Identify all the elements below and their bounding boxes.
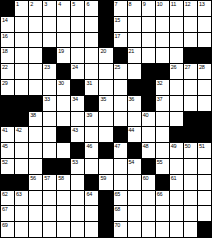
- white-square[interactable]: 67: [1, 206, 14, 221]
- white-square[interactable]: [142, 17, 155, 32]
- white-square[interactable]: [142, 127, 155, 142]
- black-square: [85, 175, 98, 190]
- clue-number: 22: [2, 64, 8, 70]
- black-square: [142, 96, 155, 111]
- clue-number: 70: [115, 222, 121, 228]
- white-square[interactable]: [184, 206, 197, 221]
- white-square[interactable]: [29, 191, 42, 206]
- white-square[interactable]: [57, 191, 70, 206]
- white-square[interactable]: 19: [57, 48, 70, 63]
- black-square: [184, 127, 197, 142]
- white-square[interactable]: [57, 96, 70, 111]
- white-square[interactable]: [184, 96, 197, 111]
- clue-number: 33: [44, 96, 50, 102]
- white-square[interactable]: [29, 64, 42, 79]
- white-square[interactable]: 43: [71, 127, 84, 142]
- clue-number: 47: [115, 143, 121, 149]
- clue-number: 63: [16, 191, 22, 197]
- clue-number: 44: [129, 127, 135, 133]
- white-square[interactable]: [29, 127, 42, 142]
- white-square[interactable]: [15, 48, 28, 63]
- white-square[interactable]: [43, 143, 56, 158]
- white-square[interactable]: 16: [1, 33, 14, 48]
- black-square: [142, 64, 155, 79]
- clue-number: 64: [86, 191, 92, 197]
- white-square[interactable]: 53: [71, 159, 84, 174]
- white-square[interactable]: [99, 80, 112, 95]
- clue-number: 45: [2, 143, 8, 149]
- white-square[interactable]: 57: [43, 175, 56, 190]
- clue-number: 11: [171, 1, 176, 7]
- white-square[interactable]: [15, 206, 28, 221]
- white-square[interactable]: 32: [156, 80, 169, 95]
- white-square[interactable]: [170, 17, 183, 32]
- white-square[interactable]: [128, 64, 141, 79]
- white-square[interactable]: [29, 222, 42, 237]
- black-square: [1, 175, 14, 190]
- white-square[interactable]: [85, 17, 98, 32]
- white-square[interactable]: 26: [170, 64, 183, 79]
- white-square[interactable]: [15, 143, 28, 158]
- white-square[interactable]: 18: [1, 48, 14, 63]
- white-square[interactable]: [99, 127, 112, 142]
- white-square[interactable]: [198, 159, 211, 174]
- white-square[interactable]: [142, 206, 155, 221]
- white-square[interactable]: 51: [198, 143, 211, 158]
- white-square[interactable]: 64: [85, 191, 98, 206]
- white-square[interactable]: [156, 33, 169, 48]
- black-square: [198, 127, 211, 142]
- clue-number: 42: [16, 127, 22, 133]
- black-square: [184, 48, 197, 63]
- white-square[interactable]: [57, 112, 70, 127]
- clue-number: 48: [143, 143, 149, 149]
- clue-number: 36: [129, 96, 135, 102]
- white-square[interactable]: [198, 96, 211, 111]
- white-square[interactable]: 40: [142, 112, 155, 127]
- white-square[interactable]: 27: [184, 64, 197, 79]
- white-square[interactable]: [57, 17, 70, 32]
- white-square[interactable]: [128, 191, 141, 206]
- black-square: [99, 33, 112, 48]
- clue-number: 43: [72, 127, 78, 133]
- white-square[interactable]: [184, 175, 197, 190]
- white-square[interactable]: [43, 33, 56, 48]
- black-square: [57, 159, 70, 174]
- white-square[interactable]: [128, 175, 141, 190]
- white-square[interactable]: [57, 143, 70, 158]
- white-square[interactable]: [29, 159, 42, 174]
- white-square[interactable]: [43, 17, 56, 32]
- clue-number: 66: [157, 191, 163, 197]
- white-square[interactable]: [99, 64, 112, 79]
- white-square[interactable]: [43, 206, 56, 221]
- clue-number: 32: [157, 80, 163, 86]
- white-square[interactable]: 69: [1, 222, 14, 237]
- clue-number: 17: [115, 33, 121, 39]
- white-square[interactable]: [128, 33, 141, 48]
- white-square[interactable]: [142, 191, 155, 206]
- white-square[interactable]: [85, 127, 98, 142]
- clue-number: 41: [2, 127, 8, 133]
- white-square[interactable]: [156, 127, 169, 142]
- white-square[interactable]: 29: [1, 80, 14, 95]
- black-square: [99, 17, 112, 32]
- white-square[interactable]: [198, 33, 211, 48]
- clue-number: 4: [58, 1, 61, 7]
- white-square[interactable]: [170, 191, 183, 206]
- clue-number: 58: [58, 175, 64, 181]
- black-square: [71, 143, 84, 158]
- black-square: [156, 64, 169, 79]
- black-square: [99, 1, 112, 16]
- black-square: [1, 1, 14, 16]
- white-square[interactable]: 62: [1, 191, 14, 206]
- clue-number: 50: [185, 143, 191, 149]
- white-square[interactable]: [198, 206, 211, 221]
- white-square[interactable]: 3: [43, 1, 56, 16]
- clue-number: 12: [185, 1, 191, 7]
- clue-number: 25: [115, 64, 121, 70]
- white-square[interactable]: [29, 80, 42, 95]
- clue-number: 40: [143, 112, 149, 118]
- white-square[interactable]: [85, 48, 98, 63]
- white-square[interactable]: [71, 222, 84, 237]
- white-square[interactable]: [71, 48, 84, 63]
- black-square: [57, 127, 70, 142]
- white-square[interactable]: [71, 175, 84, 190]
- clue-number: 60: [143, 175, 149, 181]
- white-square[interactable]: [43, 112, 56, 127]
- white-square[interactable]: [43, 127, 56, 142]
- white-square[interactable]: [57, 222, 70, 237]
- clue-number: 67: [2, 206, 8, 212]
- black-square: [198, 112, 211, 127]
- white-square[interactable]: [128, 17, 141, 32]
- white-square[interactable]: 20: [99, 48, 112, 63]
- black-square: [170, 127, 183, 142]
- black-square: [1, 112, 14, 127]
- white-square[interactable]: [29, 33, 42, 48]
- white-square[interactable]: 30: [57, 80, 70, 95]
- white-square[interactable]: 49: [170, 143, 183, 158]
- white-square[interactable]: 25: [114, 64, 127, 79]
- clue-number: 54: [129, 159, 135, 165]
- black-square: [43, 159, 56, 174]
- white-square[interactable]: 65: [114, 191, 127, 206]
- clue-number: 6: [86, 1, 89, 7]
- white-square[interactable]: [71, 33, 84, 48]
- black-square: [142, 159, 155, 174]
- white-square[interactable]: [170, 96, 183, 111]
- white-square[interactable]: [114, 159, 127, 174]
- clue-number: 59: [100, 175, 106, 181]
- clue-number: 29: [2, 80, 8, 86]
- white-square[interactable]: 44: [128, 127, 141, 142]
- clue-number: 61: [171, 175, 177, 181]
- white-square[interactable]: [184, 191, 197, 206]
- black-square: [15, 175, 28, 190]
- white-square[interactable]: 66: [156, 191, 169, 206]
- clue-number: 26: [171, 64, 177, 70]
- white-square[interactable]: [57, 206, 70, 221]
- white-square[interactable]: [184, 159, 197, 174]
- white-square[interactable]: [142, 33, 155, 48]
- black-square: [15, 96, 28, 111]
- clue-number: 30: [58, 80, 64, 86]
- white-square[interactable]: 24: [71, 64, 84, 79]
- clue-number: 34: [72, 96, 78, 102]
- white-square[interactable]: [29, 206, 42, 221]
- white-square[interactable]: [170, 206, 183, 221]
- clue-number: 37: [157, 96, 163, 102]
- white-square[interactable]: 33: [43, 96, 56, 111]
- white-square[interactable]: 17: [114, 33, 127, 48]
- white-square[interactable]: [156, 17, 169, 32]
- black-square: [99, 143, 112, 158]
- white-square[interactable]: 50: [184, 143, 197, 158]
- white-square[interactable]: [43, 191, 56, 206]
- black-square: [114, 127, 127, 142]
- black-square: [114, 48, 127, 63]
- black-square: [99, 191, 112, 206]
- clue-number: 51: [199, 143, 205, 149]
- clue-number: 7: [115, 1, 118, 7]
- clue-number: 69: [2, 222, 8, 228]
- white-square[interactable]: [184, 80, 197, 95]
- white-square[interactable]: [71, 17, 84, 32]
- clue-number: 68: [115, 206, 121, 212]
- white-square[interactable]: 14: [1, 17, 14, 32]
- white-square[interactable]: 28: [198, 64, 211, 79]
- clue-number: 10: [157, 1, 163, 7]
- white-square[interactable]: 70: [114, 222, 127, 237]
- white-square[interactable]: [71, 191, 84, 206]
- clue-number: 53: [72, 159, 78, 165]
- white-square[interactable]: [15, 33, 28, 48]
- white-square[interactable]: [170, 33, 183, 48]
- white-square[interactable]: 46: [85, 143, 98, 158]
- white-square[interactable]: [198, 17, 211, 32]
- crossword-grid: 1234567891011121314151617181920212223242…: [0, 0, 212, 238]
- clue-number: 65: [115, 191, 121, 197]
- clue-number: 15: [115, 17, 121, 23]
- clue-number: 9: [143, 1, 146, 7]
- clue-number: 5: [72, 1, 75, 7]
- white-square[interactable]: [184, 222, 197, 237]
- white-square[interactable]: 10: [156, 1, 169, 16]
- white-square[interactable]: 1: [15, 1, 28, 16]
- white-square[interactable]: 52: [1, 159, 14, 174]
- clue-number: 56: [30, 175, 36, 181]
- white-square[interactable]: 35: [99, 96, 112, 111]
- white-square[interactable]: 31: [85, 80, 98, 95]
- white-square[interactable]: 5: [71, 1, 84, 16]
- black-square: [43, 48, 56, 63]
- white-square[interactable]: [85, 64, 98, 79]
- white-square[interactable]: 34: [71, 96, 84, 111]
- white-square[interactable]: 36: [128, 96, 141, 111]
- white-square[interactable]: 60: [142, 175, 155, 190]
- clue-number: 1: [16, 1, 19, 7]
- clue-number: 2: [30, 1, 33, 7]
- clue-number: 8: [129, 1, 132, 7]
- clue-number: 55: [157, 159, 163, 165]
- black-square: [142, 80, 155, 95]
- clue-number: 46: [86, 143, 92, 149]
- white-square[interactable]: 39: [85, 112, 98, 127]
- white-square[interactable]: 58: [57, 175, 70, 190]
- black-square: [198, 222, 211, 237]
- clue-number: 27: [185, 64, 191, 70]
- white-square[interactable]: [71, 112, 84, 127]
- black-square: [57, 64, 70, 79]
- clue-number: 49: [171, 143, 177, 149]
- white-square[interactable]: [198, 175, 211, 190]
- white-square[interactable]: [29, 17, 42, 32]
- white-square[interactable]: 45: [1, 143, 14, 158]
- white-square[interactable]: [114, 96, 127, 111]
- white-square[interactable]: 56: [29, 175, 42, 190]
- black-square: [71, 80, 84, 95]
- clue-number: 24: [72, 64, 78, 70]
- clue-number: 28: [199, 64, 205, 70]
- white-square[interactable]: 63: [15, 191, 28, 206]
- clue-number: 23: [44, 64, 50, 70]
- white-square[interactable]: 42: [15, 127, 28, 142]
- white-square[interactable]: [156, 222, 169, 237]
- white-square[interactable]: [43, 80, 56, 95]
- white-square[interactable]: 47: [114, 143, 127, 158]
- black-square: [15, 112, 28, 127]
- white-square[interactable]: [15, 159, 28, 174]
- black-square: [198, 48, 211, 63]
- clue-number: 62: [2, 191, 8, 197]
- white-square[interactable]: [114, 80, 127, 95]
- clue-number: 21: [129, 48, 135, 54]
- white-square[interactable]: [15, 222, 28, 237]
- white-square[interactable]: [156, 48, 169, 63]
- clue-number: 3: [44, 1, 47, 7]
- black-square: [1, 96, 14, 111]
- white-square[interactable]: [142, 222, 155, 237]
- white-square[interactable]: 68: [114, 206, 127, 221]
- black-square: [184, 112, 197, 127]
- white-square[interactable]: [198, 191, 211, 206]
- white-square[interactable]: [128, 112, 141, 127]
- white-square[interactable]: 6: [85, 1, 98, 16]
- black-square: [29, 96, 42, 111]
- white-square[interactable]: [156, 112, 169, 127]
- white-square[interactable]: [170, 222, 183, 237]
- black-square: [128, 143, 141, 158]
- white-square[interactable]: 11: [170, 1, 183, 16]
- white-square[interactable]: [15, 64, 28, 79]
- white-square[interactable]: [128, 206, 141, 221]
- clue-number: 35: [100, 96, 106, 102]
- black-square: [99, 206, 112, 221]
- white-square[interactable]: [170, 48, 183, 63]
- white-square[interactable]: 23: [43, 64, 56, 79]
- white-square[interactable]: [43, 222, 56, 237]
- white-square[interactable]: 22: [1, 64, 14, 79]
- white-square[interactable]: 15: [114, 17, 127, 32]
- white-square[interactable]: 37: [156, 96, 169, 111]
- white-square[interactable]: [198, 80, 211, 95]
- white-square[interactable]: [85, 222, 98, 237]
- white-square[interactable]: 41: [1, 127, 14, 142]
- clue-number: 19: [58, 48, 64, 54]
- white-square[interactable]: [142, 48, 155, 63]
- white-square[interactable]: 4: [57, 1, 70, 16]
- black-square: [99, 222, 112, 237]
- clue-number: 18: [2, 48, 8, 54]
- white-square[interactable]: 21: [128, 48, 141, 63]
- white-square[interactable]: 7: [114, 1, 127, 16]
- white-square[interactable]: 38: [29, 112, 42, 127]
- white-square[interactable]: 55: [156, 159, 169, 174]
- black-square: [156, 175, 169, 190]
- white-square[interactable]: 54: [128, 159, 141, 174]
- white-square[interactable]: [170, 159, 183, 174]
- white-square[interactable]: [29, 143, 42, 158]
- white-square[interactable]: [156, 206, 169, 221]
- clue-number: 20: [100, 48, 106, 54]
- white-square[interactable]: [184, 33, 197, 48]
- white-square[interactable]: [156, 143, 169, 158]
- white-square[interactable]: 59: [99, 175, 112, 190]
- clue-number: 52: [2, 159, 8, 165]
- white-square[interactable]: [128, 222, 141, 237]
- white-square[interactable]: [114, 112, 127, 127]
- white-square[interactable]: 8: [128, 1, 141, 16]
- white-square[interactable]: [29, 48, 42, 63]
- white-square[interactable]: [85, 33, 98, 48]
- white-square[interactable]: 12: [184, 1, 197, 16]
- clue-number: 31: [86, 80, 92, 86]
- white-square[interactable]: 61: [170, 175, 183, 190]
- white-square[interactable]: [85, 206, 98, 221]
- white-square[interactable]: [15, 80, 28, 95]
- white-square[interactable]: [99, 159, 112, 174]
- white-square[interactable]: [15, 17, 28, 32]
- white-square[interactable]: [57, 33, 70, 48]
- black-square: [128, 80, 141, 95]
- clue-number: 39: [86, 112, 92, 118]
- white-square[interactable]: [71, 206, 84, 221]
- clue-number: 57: [44, 175, 50, 181]
- white-square[interactable]: [85, 159, 98, 174]
- white-square[interactable]: 9: [142, 1, 155, 16]
- white-square[interactable]: [99, 112, 112, 127]
- white-square[interactable]: 48: [142, 143, 155, 158]
- white-square[interactable]: [184, 17, 197, 32]
- white-square[interactable]: 2: [29, 1, 42, 16]
- clue-number: 13: [199, 1, 205, 7]
- white-square[interactable]: [170, 80, 183, 95]
- white-square[interactable]: 13: [198, 1, 211, 16]
- clue-number: 38: [30, 112, 36, 118]
- clue-number: 14: [2, 17, 8, 23]
- black-square: [85, 96, 98, 111]
- white-square[interactable]: [114, 175, 127, 190]
- clue-number: 16: [2, 33, 8, 39]
- white-square[interactable]: [170, 112, 183, 127]
